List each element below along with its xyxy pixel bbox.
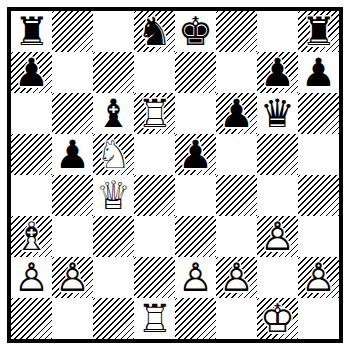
square-f8[interactable] <box>216 11 257 52</box>
square-c3[interactable] <box>93 216 134 257</box>
square-g2[interactable] <box>257 257 298 298</box>
board-grid: ♜♞♚♜♟♟♟♝♜♖♟♛♟♞♘♟♛♕♝♗♟♙♟♙♟♙♟♙♟♙♟♙♜♖♚♔ <box>11 11 339 339</box>
white-pawn-icon: ♙ <box>301 258 336 297</box>
square-a2[interactable]: ♟♙ <box>11 257 52 298</box>
white-rook-piece[interactable]: ♜♖ <box>134 93 175 134</box>
square-b5[interactable]: ♟ <box>52 134 93 175</box>
square-h8[interactable]: ♜ <box>298 11 339 52</box>
square-d6[interactable]: ♜♖ <box>134 93 175 134</box>
black-bishop-icon: ♝ <box>96 94 131 133</box>
white-pawn-icon: ♙ <box>178 258 213 297</box>
square-e4[interactable] <box>175 175 216 216</box>
white-pawn-icon: ♙ <box>14 258 49 297</box>
black-queen-piece[interactable]: ♛ <box>257 93 298 134</box>
square-a4[interactable] <box>11 175 52 216</box>
square-g1[interactable]: ♚♔ <box>257 298 298 339</box>
square-c7[interactable] <box>93 52 134 93</box>
square-d3[interactable] <box>134 216 175 257</box>
black-pawn-piece[interactable]: ♟ <box>52 134 93 175</box>
square-d8[interactable]: ♞ <box>134 11 175 52</box>
white-pawn-piece[interactable]: ♟♙ <box>52 257 93 298</box>
black-pawn-piece[interactable]: ♟ <box>216 93 257 134</box>
black-pawn-icon: ♟ <box>14 53 49 92</box>
square-e8[interactable]: ♚ <box>175 11 216 52</box>
square-f1[interactable] <box>216 298 257 339</box>
black-pawn-piece[interactable]: ♟ <box>11 52 52 93</box>
white-queen-piece[interactable]: ♛♕ <box>93 175 134 216</box>
square-c8[interactable] <box>93 11 134 52</box>
square-f4[interactable] <box>216 175 257 216</box>
white-rook-icon: ♖ <box>137 94 172 133</box>
square-e7[interactable] <box>175 52 216 93</box>
square-c6[interactable]: ♝ <box>93 93 134 134</box>
square-c4[interactable]: ♛♕ <box>93 175 134 216</box>
square-d7[interactable] <box>134 52 175 93</box>
black-knight-icon: ♞ <box>137 12 172 51</box>
square-b2[interactable]: ♟♙ <box>52 257 93 298</box>
square-b3[interactable] <box>52 216 93 257</box>
white-pawn-piece[interactable]: ♟♙ <box>216 257 257 298</box>
black-king-icon: ♚ <box>178 12 213 51</box>
square-g6[interactable]: ♛ <box>257 93 298 134</box>
square-b4[interactable] <box>52 175 93 216</box>
square-h7[interactable]: ♟ <box>298 52 339 93</box>
white-king-icon: ♔ <box>260 299 295 338</box>
black-rook-piece[interactable]: ♜ <box>11 11 52 52</box>
square-c5[interactable]: ♞♘ <box>93 134 134 175</box>
white-pawn-piece[interactable]: ♟♙ <box>11 257 52 298</box>
square-f3[interactable] <box>216 216 257 257</box>
square-e6[interactable] <box>175 93 216 134</box>
white-pawn-piece[interactable]: ♟♙ <box>257 216 298 257</box>
black-rook-piece[interactable]: ♜ <box>298 11 339 52</box>
white-pawn-piece[interactable]: ♟♙ <box>175 257 216 298</box>
black-rook-icon: ♜ <box>14 12 49 51</box>
square-a6[interactable] <box>11 93 52 134</box>
square-h3[interactable] <box>298 216 339 257</box>
black-pawn-piece[interactable]: ♟ <box>257 52 298 93</box>
square-f5[interactable] <box>216 134 257 175</box>
black-pawn-piece[interactable]: ♟ <box>298 52 339 93</box>
black-pawn-icon: ♟ <box>301 53 336 92</box>
square-b6[interactable] <box>52 93 93 134</box>
square-g4[interactable] <box>257 175 298 216</box>
square-c1[interactable] <box>93 298 134 339</box>
square-g3[interactable]: ♟♙ <box>257 216 298 257</box>
square-a1[interactable] <box>11 298 52 339</box>
square-f2[interactable]: ♟♙ <box>216 257 257 298</box>
square-d1[interactable]: ♜♖ <box>134 298 175 339</box>
square-d5[interactable] <box>134 134 175 175</box>
black-rook-icon: ♜ <box>301 12 336 51</box>
square-a8[interactable]: ♜ <box>11 11 52 52</box>
square-d4[interactable] <box>134 175 175 216</box>
white-king-piece[interactable]: ♚♔ <box>257 298 298 339</box>
white-bishop-icon: ♗ <box>14 217 49 256</box>
square-b1[interactable] <box>52 298 93 339</box>
black-pawn-icon: ♟ <box>178 135 213 174</box>
square-c2[interactable] <box>93 257 134 298</box>
white-pawn-piece[interactable]: ♟♙ <box>298 257 339 298</box>
square-g5[interactable] <box>257 134 298 175</box>
square-h6[interactable] <box>298 93 339 134</box>
white-pawn-icon: ♙ <box>55 258 90 297</box>
white-knight-icon: ♘ <box>96 135 131 174</box>
square-h5[interactable] <box>298 134 339 175</box>
black-bishop-piece[interactable]: ♝ <box>93 93 134 134</box>
square-a7[interactable]: ♟ <box>11 52 52 93</box>
white-rook-icon: ♖ <box>137 299 172 338</box>
square-g7[interactable]: ♟ <box>257 52 298 93</box>
square-h2[interactable]: ♟♙ <box>298 257 339 298</box>
square-f7[interactable] <box>216 52 257 93</box>
square-e5[interactable]: ♟ <box>175 134 216 175</box>
white-pawn-icon: ♙ <box>219 258 254 297</box>
chess-board: ♜♞♚♜♟♟♟♝♜♖♟♛♟♞♘♟♛♕♝♗♟♙♟♙♟♙♟♙♟♙♟♙♜♖♚♔ <box>7 7 343 343</box>
black-knight-piece[interactable]: ♞ <box>134 11 175 52</box>
white-queen-icon: ♕ <box>96 176 131 215</box>
square-h1[interactable] <box>298 298 339 339</box>
square-b8[interactable] <box>52 11 93 52</box>
white-knight-piece[interactable]: ♞♘ <box>93 134 134 175</box>
black-queen-icon: ♛ <box>260 94 295 133</box>
square-a5[interactable] <box>11 134 52 175</box>
white-rook-piece[interactable]: ♜♖ <box>134 298 175 339</box>
black-pawn-icon: ♟ <box>219 94 254 133</box>
white-pawn-icon: ♙ <box>260 217 295 256</box>
square-e3[interactable] <box>175 216 216 257</box>
white-bishop-piece[interactable]: ♝♗ <box>11 216 52 257</box>
black-pawn-icon: ♟ <box>260 53 295 92</box>
black-king-piece[interactable]: ♚ <box>175 11 216 52</box>
black-pawn-piece[interactable]: ♟ <box>175 134 216 175</box>
square-e1[interactable] <box>175 298 216 339</box>
square-e2[interactable]: ♟♙ <box>175 257 216 298</box>
square-f6[interactable]: ♟ <box>216 93 257 134</box>
black-pawn-icon: ♟ <box>55 135 90 174</box>
chess-diagram: ♜♞♚♜♟♟♟♝♜♖♟♛♟♞♘♟♛♕♝♗♟♙♟♙♟♙♟♙♟♙♟♙♜♖♚♔ <box>0 0 350 350</box>
square-a3[interactable]: ♝♗ <box>11 216 52 257</box>
square-b7[interactable] <box>52 52 93 93</box>
square-h4[interactable] <box>298 175 339 216</box>
square-g8[interactable] <box>257 11 298 52</box>
square-d2[interactable] <box>134 257 175 298</box>
